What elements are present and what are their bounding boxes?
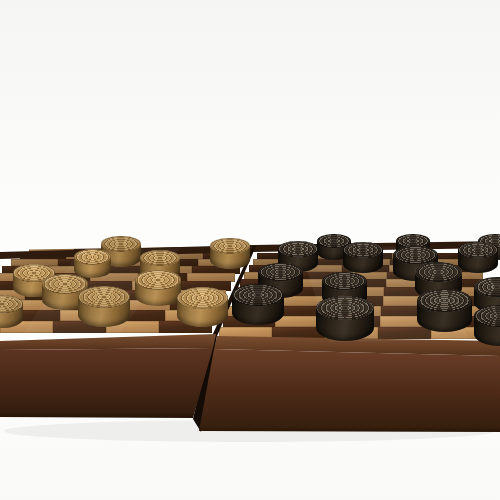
checker-piece-light: [177, 287, 228, 327]
checker-piece-dark: [474, 305, 500, 346]
checker-piece-dark: [343, 242, 383, 273]
piece-top-rings: [74, 249, 111, 265]
piece-top-rings: [415, 262, 462, 282]
piece-top-rings: [135, 270, 181, 289]
checker-piece-dark: [232, 284, 284, 325]
checker-piece-light: [78, 286, 130, 327]
checker-piece-light: [135, 270, 181, 306]
piece-top-rings: [322, 272, 367, 291]
checker-piece-light: [210, 238, 250, 269]
checker-piece-dark: [316, 296, 374, 341]
checker-piece-light: [0, 295, 23, 328]
checker-piece-dark: [458, 242, 498, 273]
piece-top-rings: [177, 287, 228, 308]
piece-top-rings: [258, 263, 303, 282]
piece-top-rings: [78, 286, 130, 308]
piece-top-rings: [316, 296, 374, 320]
checker-piece-dark: [417, 289, 472, 332]
piece-top-rings: [232, 284, 284, 306]
board-photo-scene: [0, 0, 500, 500]
checkers-pieces-layer: [0, 0, 500, 500]
